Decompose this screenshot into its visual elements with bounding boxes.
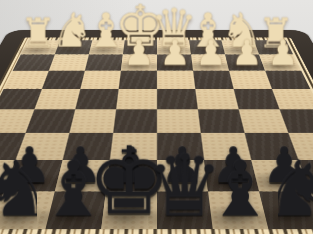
square-c4[interactable]	[195, 89, 238, 110]
chess-photo-scene: ♜♞♝♚♛♝♞♜♟♟♟♟♟♟♟♟♟♟♟♟♟♜♞♝♚♛♝♞♜	[0, 0, 313, 234]
square-e3[interactable]	[118, 71, 156, 89]
square-a3[interactable]	[265, 71, 310, 89]
square-e4[interactable]	[116, 89, 157, 110]
board-squares: ♜♞♝♚♛♝♞♜♟♟♟♟♟♟♟♟♟♟♟♟♟♜♞♝♚♛♝♞♜	[0, 40, 313, 229]
square-f4[interactable]	[75, 89, 118, 110]
square-a5[interactable]	[279, 109, 313, 132]
square-a2[interactable]: ♟	[259, 55, 301, 71]
square-g5[interactable]	[25, 109, 75, 132]
square-c3[interactable]	[193, 71, 234, 89]
piece-black-rook[interactable]: ♜	[277, 161, 313, 227]
square-d3[interactable]	[157, 71, 195, 89]
square-c5[interactable]	[197, 109, 244, 132]
square-g4[interactable]	[34, 89, 80, 110]
square-a8[interactable]: ♜	[310, 192, 313, 229]
square-f3[interactable]	[80, 71, 121, 89]
chess-board[interactable]: ♜♞♝♚♛♝♞♜♟♟♟♟♟♟♟♟♟♟♟♟♟♜♞♝♚♛♝♞♜	[0, 30, 313, 234]
square-g2[interactable]	[48, 55, 88, 71]
square-h3[interactable]	[3, 71, 48, 89]
square-b3[interactable]	[229, 71, 272, 89]
piece-white-pawn[interactable]: ♟	[234, 35, 313, 70]
square-a4[interactable]	[271, 89, 313, 110]
square-h2[interactable]	[12, 55, 54, 71]
square-g3[interactable]	[42, 71, 85, 89]
square-d4[interactable]	[157, 89, 198, 110]
